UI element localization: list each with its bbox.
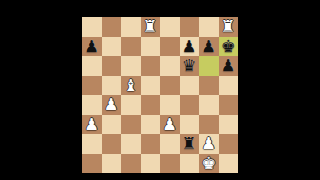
white-bishop: ♝ bbox=[123, 76, 138, 95]
square-c8[interactable] bbox=[121, 17, 141, 37]
square-f5[interactable] bbox=[180, 76, 200, 96]
square-b2[interactable] bbox=[102, 134, 122, 154]
square-e2[interactable] bbox=[160, 134, 180, 154]
square-f8[interactable] bbox=[180, 17, 200, 37]
square-a6[interactable] bbox=[82, 56, 102, 76]
square-f4[interactable] bbox=[180, 95, 200, 115]
white-rook: ♜ bbox=[221, 17, 236, 36]
square-c6[interactable] bbox=[121, 56, 141, 76]
square-a8[interactable] bbox=[82, 17, 102, 37]
square-g1[interactable]: ♚ bbox=[199, 154, 219, 174]
black-king: ♚ bbox=[221, 37, 236, 56]
white-pawn: ♟ bbox=[104, 95, 119, 114]
white-pawn: ♟ bbox=[201, 134, 216, 153]
square-d4[interactable] bbox=[141, 95, 161, 115]
black-rook: ♜ bbox=[182, 134, 197, 153]
square-c7[interactable] bbox=[121, 37, 141, 57]
square-d5[interactable] bbox=[141, 76, 161, 96]
square-a7[interactable]: ♟ bbox=[82, 37, 102, 57]
square-b3[interactable] bbox=[102, 115, 122, 135]
square-e1[interactable] bbox=[160, 154, 180, 174]
square-e5[interactable] bbox=[160, 76, 180, 96]
square-g7[interactable]: ♟ bbox=[199, 37, 219, 57]
square-b7[interactable] bbox=[102, 37, 122, 57]
black-pawn: ♟ bbox=[182, 37, 197, 56]
square-g2[interactable]: ♟ bbox=[199, 134, 219, 154]
square-e8[interactable] bbox=[160, 17, 180, 37]
square-d8[interactable]: ♜ bbox=[141, 17, 161, 37]
square-d1[interactable] bbox=[141, 154, 161, 174]
square-c2[interactable] bbox=[121, 134, 141, 154]
square-f7[interactable]: ♟ bbox=[180, 37, 200, 57]
square-d3[interactable] bbox=[141, 115, 161, 135]
square-a5[interactable] bbox=[82, 76, 102, 96]
chess-board: ♜♜♟♟♟♚♛♟♝♟♟♟♜♟♚ bbox=[82, 17, 238, 173]
square-g5[interactable] bbox=[199, 76, 219, 96]
black-queen: ♛ bbox=[182, 56, 197, 75]
white-rook: ♜ bbox=[143, 17, 158, 36]
square-h3[interactable] bbox=[219, 115, 239, 135]
black-pawn: ♟ bbox=[84, 37, 99, 56]
square-d6[interactable] bbox=[141, 56, 161, 76]
square-a4[interactable] bbox=[82, 95, 102, 115]
square-c5[interactable]: ♝ bbox=[121, 76, 141, 96]
square-d7[interactable] bbox=[141, 37, 161, 57]
square-b5[interactable] bbox=[102, 76, 122, 96]
square-e4[interactable] bbox=[160, 95, 180, 115]
square-c3[interactable] bbox=[121, 115, 141, 135]
square-d2[interactable] bbox=[141, 134, 161, 154]
square-c4[interactable] bbox=[121, 95, 141, 115]
square-a1[interactable] bbox=[82, 154, 102, 174]
square-e6[interactable] bbox=[160, 56, 180, 76]
square-a2[interactable] bbox=[82, 134, 102, 154]
square-h4[interactable] bbox=[219, 95, 239, 115]
square-f3[interactable] bbox=[180, 115, 200, 135]
square-g6[interactable] bbox=[199, 56, 219, 76]
black-pawn: ♟ bbox=[221, 56, 236, 75]
square-b8[interactable] bbox=[102, 17, 122, 37]
square-h8[interactable]: ♜ bbox=[219, 17, 239, 37]
square-b6[interactable] bbox=[102, 56, 122, 76]
square-g8[interactable] bbox=[199, 17, 219, 37]
square-f1[interactable] bbox=[180, 154, 200, 174]
square-c1[interactable] bbox=[121, 154, 141, 174]
black-pawn: ♟ bbox=[201, 37, 216, 56]
square-g4[interactable] bbox=[199, 95, 219, 115]
square-f2[interactable]: ♜ bbox=[180, 134, 200, 154]
square-b4[interactable]: ♟ bbox=[102, 95, 122, 115]
white-pawn: ♟ bbox=[162, 115, 177, 134]
square-h1[interactable] bbox=[219, 154, 239, 174]
white-king: ♚ bbox=[201, 154, 216, 173]
square-b1[interactable] bbox=[102, 154, 122, 174]
square-f6[interactable]: ♛ bbox=[180, 56, 200, 76]
square-e7[interactable] bbox=[160, 37, 180, 57]
square-a3[interactable]: ♟ bbox=[82, 115, 102, 135]
square-e3[interactable]: ♟ bbox=[160, 115, 180, 135]
square-g3[interactable] bbox=[199, 115, 219, 135]
square-h6[interactable]: ♟ bbox=[219, 56, 239, 76]
square-h7[interactable]: ♚ bbox=[219, 37, 239, 57]
square-h5[interactable] bbox=[219, 76, 239, 96]
square-h2[interactable] bbox=[219, 134, 239, 154]
white-pawn: ♟ bbox=[84, 115, 99, 134]
video-frame-background: ♜♜♟♟♟♚♛♟♝♟♟♟♜♟♚ bbox=[0, 0, 320, 180]
